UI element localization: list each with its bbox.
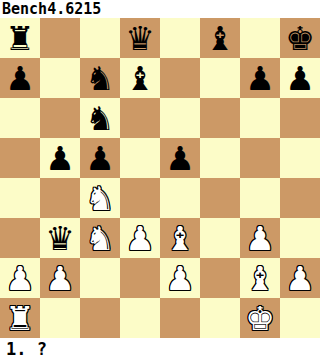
square-b7[interactable]	[40, 58, 80, 98]
square-d5[interactable]	[120, 138, 160, 178]
square-h6[interactable]	[280, 98, 320, 138]
square-f8[interactable]: ♝	[200, 18, 240, 58]
piece-black-pawn: ♟	[245, 62, 275, 95]
square-b3[interactable]: ♛	[40, 218, 80, 258]
square-f2[interactable]	[200, 258, 240, 298]
square-e1[interactable]	[160, 298, 200, 338]
piece-white-pawn: ♟	[5, 262, 35, 295]
square-f7[interactable]	[200, 58, 240, 98]
piece-white-bishop: ♝	[245, 262, 275, 295]
square-g4[interactable]	[240, 178, 280, 218]
piece-black-queen: ♛	[45, 222, 75, 255]
square-g6[interactable]	[240, 98, 280, 138]
square-d6[interactable]	[120, 98, 160, 138]
chess-board: ♜♛♝♚♟♞♝♟♟♞♟♟♟♞♛♞♟♝♟♟♟♟♝♟♜♚	[0, 18, 320, 338]
square-d2[interactable]	[120, 258, 160, 298]
square-a6[interactable]	[0, 98, 40, 138]
piece-black-pawn: ♟	[85, 142, 115, 175]
square-b4[interactable]	[40, 178, 80, 218]
square-b1[interactable]	[40, 298, 80, 338]
piece-black-rook: ♜	[5, 22, 35, 55]
piece-white-rook: ♜	[5, 302, 35, 335]
square-e5[interactable]: ♟	[160, 138, 200, 178]
square-c7[interactable]: ♞	[80, 58, 120, 98]
piece-black-king: ♚	[285, 22, 315, 55]
piece-white-pawn: ♟	[45, 262, 75, 295]
piece-white-pawn: ♟	[165, 262, 195, 295]
square-h1[interactable]	[280, 298, 320, 338]
square-d8[interactable]: ♛	[120, 18, 160, 58]
piece-black-pawn: ♟	[45, 142, 75, 175]
window-title: Bench4.6215	[0, 0, 320, 18]
square-e3[interactable]: ♝	[160, 218, 200, 258]
square-f4[interactable]	[200, 178, 240, 218]
move-prompt: 1. ?	[0, 338, 320, 360]
square-d7[interactable]: ♝	[120, 58, 160, 98]
square-e4[interactable]	[160, 178, 200, 218]
square-a7[interactable]: ♟	[0, 58, 40, 98]
piece-white-king: ♚	[245, 302, 275, 335]
piece-black-pawn: ♟	[165, 142, 195, 175]
square-g7[interactable]: ♟	[240, 58, 280, 98]
square-b5[interactable]: ♟	[40, 138, 80, 178]
piece-black-queen: ♛	[125, 22, 155, 55]
square-g3[interactable]: ♟	[240, 218, 280, 258]
piece-black-pawn: ♟	[5, 62, 35, 95]
piece-black-knight: ♞	[85, 102, 115, 135]
square-g2[interactable]: ♝	[240, 258, 280, 298]
square-g1[interactable]: ♚	[240, 298, 280, 338]
piece-black-pawn: ♟	[285, 62, 315, 95]
square-d4[interactable]	[120, 178, 160, 218]
square-d3[interactable]: ♟	[120, 218, 160, 258]
square-h2[interactable]: ♟	[280, 258, 320, 298]
square-f3[interactable]	[200, 218, 240, 258]
piece-white-bishop: ♝	[165, 222, 195, 255]
square-h8[interactable]: ♚	[280, 18, 320, 58]
square-f1[interactable]	[200, 298, 240, 338]
square-e6[interactable]	[160, 98, 200, 138]
piece-white-pawn: ♟	[245, 222, 275, 255]
square-h3[interactable]	[280, 218, 320, 258]
square-c6[interactable]: ♞	[80, 98, 120, 138]
square-h4[interactable]	[280, 178, 320, 218]
square-a3[interactable]	[0, 218, 40, 258]
piece-white-knight: ♞	[85, 182, 115, 215]
square-c5[interactable]: ♟	[80, 138, 120, 178]
square-e2[interactable]: ♟	[160, 258, 200, 298]
chess-app-window: Bench4.6215 ♜♛♝♚♟♞♝♟♟♞♟♟♟♞♛♞♟♝♟♟♟♟♝♟♜♚ 1…	[0, 0, 320, 360]
piece-black-bishop: ♝	[125, 62, 155, 95]
square-b6[interactable]	[40, 98, 80, 138]
square-f6[interactable]	[200, 98, 240, 138]
square-b2[interactable]: ♟	[40, 258, 80, 298]
square-h7[interactable]: ♟	[280, 58, 320, 98]
square-c2[interactable]	[80, 258, 120, 298]
square-a8[interactable]: ♜	[0, 18, 40, 58]
square-b8[interactable]	[40, 18, 80, 58]
piece-white-pawn: ♟	[285, 262, 315, 295]
piece-black-bishop: ♝	[205, 22, 235, 55]
piece-black-knight: ♞	[85, 62, 115, 95]
square-a4[interactable]	[0, 178, 40, 218]
square-a2[interactable]: ♟	[0, 258, 40, 298]
square-a5[interactable]	[0, 138, 40, 178]
piece-white-knight: ♞	[85, 222, 115, 255]
square-a1[interactable]: ♜	[0, 298, 40, 338]
square-h5[interactable]	[280, 138, 320, 178]
square-e7[interactable]	[160, 58, 200, 98]
square-f5[interactable]	[200, 138, 240, 178]
square-d1[interactable]	[120, 298, 160, 338]
piece-white-pawn: ♟	[125, 222, 155, 255]
square-g5[interactable]	[240, 138, 280, 178]
square-c4[interactable]: ♞	[80, 178, 120, 218]
square-e8[interactable]	[160, 18, 200, 58]
square-g8[interactable]	[240, 18, 280, 58]
square-c1[interactable]	[80, 298, 120, 338]
square-c8[interactable]	[80, 18, 120, 58]
square-c3[interactable]: ♞	[80, 218, 120, 258]
